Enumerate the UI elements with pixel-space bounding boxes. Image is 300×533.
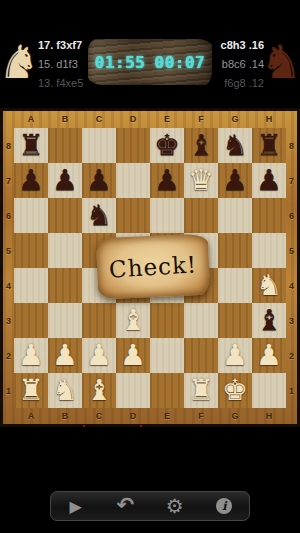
coordinate-label: D bbox=[116, 408, 150, 424]
square-b8[interactable] bbox=[48, 128, 82, 163]
check-banner-text: Check! bbox=[108, 251, 198, 282]
square-d8[interactable] bbox=[116, 128, 150, 163]
square-h6[interactable] bbox=[252, 198, 286, 233]
square-h2[interactable]: ♟ bbox=[252, 338, 286, 373]
square-h5[interactable] bbox=[252, 233, 286, 268]
square-c8[interactable] bbox=[82, 128, 116, 163]
coordinate-label: A bbox=[14, 111, 48, 128]
square-g6[interactable] bbox=[218, 198, 252, 233]
check-banner: Check! bbox=[96, 234, 211, 300]
move-entry: c8h3 .16 bbox=[188, 36, 264, 55]
coordinate-label: G bbox=[218, 408, 252, 424]
black-knight[interactable]: ♞ bbox=[218, 128, 252, 163]
square-a6[interactable] bbox=[14, 198, 48, 233]
coordinate-label: 2 bbox=[3, 338, 14, 373]
square-d3[interactable]: ♝ bbox=[116, 303, 150, 338]
white-bishop[interactable]: ♝ bbox=[82, 373, 116, 408]
coordinate-label: 3 bbox=[3, 303, 14, 338]
coordinate-label: E bbox=[150, 408, 184, 424]
coordinate-label: 4 bbox=[286, 268, 297, 303]
square-d2[interactable]: ♟ bbox=[116, 338, 150, 373]
square-g1[interactable]: ♚ bbox=[218, 373, 252, 408]
coordinate-label: 3 bbox=[286, 303, 297, 338]
square-c7[interactable]: ♟ bbox=[82, 163, 116, 198]
move-entry: f6g8 .12 bbox=[188, 74, 264, 93]
square-h7[interactable]: ♟ bbox=[252, 163, 286, 198]
white-pawn[interactable]: ♟ bbox=[218, 338, 252, 373]
coordinate-label: C bbox=[82, 111, 116, 128]
chess-app-screen: ♞ 17. f3xf715. d1f313. f4xe5 01:55 00:07… bbox=[0, 0, 300, 533]
square-g2[interactable]: ♟ bbox=[218, 338, 252, 373]
coordinate-label: 7 bbox=[3, 163, 14, 198]
black-rook[interactable]: ♜ bbox=[14, 128, 48, 163]
square-a2[interactable]: ♟ bbox=[14, 338, 48, 373]
square-f2[interactable] bbox=[184, 338, 218, 373]
black-knight[interactable]: ♞ bbox=[82, 198, 116, 233]
black-move-list: c8h3 .16b8c6 .14f6g8 .12 bbox=[188, 36, 264, 93]
move-entry: b8c6 .14 bbox=[188, 55, 264, 74]
square-f3[interactable] bbox=[184, 303, 218, 338]
coordinate-label: E bbox=[150, 111, 184, 128]
square-e7[interactable]: ♟ bbox=[150, 163, 184, 198]
black-bishop[interactable]: ♝ bbox=[184, 128, 218, 163]
coordinate-label: 7 bbox=[286, 163, 297, 198]
square-e3[interactable] bbox=[150, 303, 184, 338]
square-h1[interactable] bbox=[252, 373, 286, 408]
coordinate-label: 1 bbox=[286, 373, 297, 408]
coordinate-label: B bbox=[48, 408, 82, 424]
black-pawn[interactable]: ♟ bbox=[48, 163, 82, 198]
square-f1[interactable]: ♜ bbox=[184, 373, 218, 408]
file-labels-bottom: ABCDEFGH bbox=[14, 408, 286, 424]
white-king[interactable]: ♚ bbox=[218, 373, 252, 408]
square-d7[interactable] bbox=[116, 163, 150, 198]
white-pawn[interactable]: ♟ bbox=[116, 338, 150, 373]
settings-button[interactable]: ⚙ bbox=[158, 492, 192, 520]
square-a4[interactable] bbox=[14, 268, 48, 303]
undo-icon: ↶ bbox=[116, 493, 134, 517]
square-a5[interactable] bbox=[14, 233, 48, 268]
square-b7[interactable]: ♟ bbox=[48, 163, 82, 198]
square-b6[interactable] bbox=[48, 198, 82, 233]
square-c1[interactable]: ♝ bbox=[82, 373, 116, 408]
square-c2[interactable]: ♟ bbox=[82, 338, 116, 373]
undo-button[interactable]: ↶ bbox=[108, 492, 142, 520]
white-rook[interactable]: ♜ bbox=[184, 373, 218, 408]
black-pawn[interactable]: ♟ bbox=[252, 163, 286, 198]
square-c6[interactable]: ♞ bbox=[82, 198, 116, 233]
white-pawn[interactable]: ♟ bbox=[48, 338, 82, 373]
info-icon: i bbox=[216, 498, 232, 514]
coordinate-label: F bbox=[184, 111, 218, 128]
coordinate-label: H bbox=[252, 408, 286, 424]
white-knight-icon: ♞ bbox=[0, 30, 38, 94]
square-g7[interactable]: ♟ bbox=[218, 163, 252, 198]
black-pawn[interactable]: ♟ bbox=[218, 163, 252, 198]
square-h3[interactable]: ♝ bbox=[252, 303, 286, 338]
black-king[interactable]: ♚ bbox=[150, 128, 184, 163]
black-knight-icon: ♞ bbox=[262, 30, 300, 94]
file-labels-top: ABCDEFGH bbox=[14, 111, 286, 128]
gear-icon: ⚙ bbox=[166, 494, 184, 518]
white-pawn[interactable]: ♟ bbox=[14, 338, 48, 373]
square-f8[interactable]: ♝ bbox=[184, 128, 218, 163]
square-e1[interactable] bbox=[150, 373, 184, 408]
coordinate-label: F bbox=[184, 408, 218, 424]
black-pawn[interactable]: ♟ bbox=[14, 163, 48, 198]
white-pawn[interactable]: ♟ bbox=[82, 338, 116, 373]
white-knight[interactable]: ♞ bbox=[252, 268, 286, 303]
white-bishop[interactable]: ♝ bbox=[116, 303, 150, 338]
square-g4[interactable] bbox=[218, 268, 252, 303]
square-e8[interactable]: ♚ bbox=[150, 128, 184, 163]
square-f7[interactable]: ♛ bbox=[184, 163, 218, 198]
coordinate-label: 5 bbox=[3, 233, 14, 268]
square-e6[interactable] bbox=[150, 198, 184, 233]
coordinate-label: 8 bbox=[3, 128, 14, 163]
coordinate-label: H bbox=[252, 111, 286, 128]
square-d1[interactable] bbox=[116, 373, 150, 408]
rank-labels-left: 87654321 bbox=[3, 128, 14, 408]
square-h8[interactable]: ♜ bbox=[252, 128, 286, 163]
play-button[interactable]: ▶ bbox=[59, 492, 93, 520]
coordinate-label: 1 bbox=[3, 373, 14, 408]
square-d6[interactable] bbox=[116, 198, 150, 233]
square-g8[interactable]: ♞ bbox=[218, 128, 252, 163]
info-button[interactable]: i bbox=[207, 492, 241, 520]
coordinate-label: C bbox=[82, 408, 116, 424]
square-g5[interactable] bbox=[218, 233, 252, 268]
square-a1[interactable]: ♜ bbox=[14, 373, 48, 408]
black-bishop[interactable]: ♝ bbox=[252, 303, 286, 338]
coordinate-label: B bbox=[48, 111, 82, 128]
coordinate-label: 6 bbox=[3, 198, 14, 233]
white-pawn[interactable]: ♟ bbox=[252, 338, 286, 373]
black-pawn[interactable]: ♟ bbox=[150, 163, 184, 198]
coordinate-label: 5 bbox=[286, 233, 297, 268]
white-rook[interactable]: ♜ bbox=[14, 373, 48, 408]
coordinate-label: D bbox=[116, 111, 150, 128]
white-knight[interactable]: ♞ bbox=[48, 373, 82, 408]
square-a7[interactable]: ♟ bbox=[14, 163, 48, 198]
coordinate-label: 2 bbox=[286, 338, 297, 373]
square-b1[interactable]: ♞ bbox=[48, 373, 82, 408]
red-dot bbox=[83, 425, 85, 427]
square-f6[interactable] bbox=[184, 198, 218, 233]
rank-labels-right: 87654321 bbox=[286, 128, 297, 408]
coordinate-label: 4 bbox=[3, 268, 14, 303]
white-time: 01:55 bbox=[95, 53, 146, 72]
square-h4[interactable]: ♞ bbox=[252, 268, 286, 303]
red-dot bbox=[140, 425, 142, 427]
black-pawn[interactable]: ♟ bbox=[82, 163, 116, 198]
square-b3[interactable] bbox=[48, 303, 82, 338]
white-queen[interactable]: ♛ bbox=[184, 163, 218, 198]
play-icon: ▶ bbox=[70, 497, 82, 516]
coordinate-label: G bbox=[218, 111, 252, 128]
coordinate-label: A bbox=[14, 408, 48, 424]
square-e2[interactable] bbox=[150, 338, 184, 373]
square-g3[interactable] bbox=[218, 303, 252, 338]
black-rook[interactable]: ♜ bbox=[252, 128, 286, 163]
square-b5[interactable] bbox=[48, 233, 82, 268]
coordinate-label: 6 bbox=[286, 198, 297, 233]
square-c3[interactable] bbox=[82, 303, 116, 338]
square-b2[interactable]: ♟ bbox=[48, 338, 82, 373]
coordinate-label: 8 bbox=[286, 128, 297, 163]
bottom-toolbar: ▶ ↶ ⚙ i bbox=[50, 491, 250, 521]
square-b4[interactable] bbox=[48, 268, 82, 303]
square-a3[interactable] bbox=[14, 303, 48, 338]
square-a8[interactable]: ♜ bbox=[14, 128, 48, 163]
